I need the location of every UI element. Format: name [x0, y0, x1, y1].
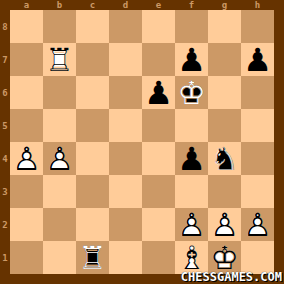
black-king — [175, 76, 208, 109]
square-e3 — [142, 175, 175, 208]
rank-labels: 87654321 — [0, 10, 10, 274]
square-h3 — [241, 175, 274, 208]
white-pawn — [43, 142, 76, 175]
square-g6 — [208, 76, 241, 109]
square-b4 — [43, 142, 76, 175]
square-f6 — [175, 76, 208, 109]
square-b8 — [43, 10, 76, 43]
square-g3 — [208, 175, 241, 208]
square-d2 — [109, 208, 142, 241]
square-g8 — [208, 10, 241, 43]
square-c1 — [76, 241, 109, 274]
square-f7 — [175, 43, 208, 76]
rank-label-1: 1 — [0, 241, 10, 274]
file-labels: abcdefgh — [10, 0, 274, 10]
square-g7 — [208, 43, 241, 76]
square-f3 — [175, 175, 208, 208]
square-b7 — [43, 43, 76, 76]
square-d6 — [109, 76, 142, 109]
square-f5 — [175, 109, 208, 142]
square-c8 — [76, 10, 109, 43]
square-d1 — [109, 241, 142, 274]
square-a3 — [10, 175, 43, 208]
square-h2 — [241, 208, 274, 241]
white-rook — [43, 43, 76, 76]
black-pawn — [175, 142, 208, 175]
square-e7 — [142, 43, 175, 76]
square-g5 — [208, 109, 241, 142]
square-c2 — [76, 208, 109, 241]
square-a6 — [10, 76, 43, 109]
square-h4 — [241, 142, 274, 175]
rank-label-6: 6 — [0, 76, 10, 109]
square-c3 — [76, 175, 109, 208]
square-c5 — [76, 109, 109, 142]
square-a2 — [10, 208, 43, 241]
square-e8 — [142, 10, 175, 43]
square-b3 — [43, 175, 76, 208]
black-rook — [76, 241, 109, 274]
rank-label-2: 2 — [0, 208, 10, 241]
square-e4 — [142, 142, 175, 175]
square-f4 — [175, 142, 208, 175]
rank-label-3: 3 — [0, 175, 10, 208]
square-a1 — [10, 241, 43, 274]
square-e1 — [142, 241, 175, 274]
white-pawn — [241, 208, 274, 241]
white-pawn — [10, 142, 43, 175]
square-a8 — [10, 10, 43, 43]
square-d3 — [109, 175, 142, 208]
rank-label-7: 7 — [0, 43, 10, 76]
square-c4 — [76, 142, 109, 175]
square-b6 — [43, 76, 76, 109]
square-d8 — [109, 10, 142, 43]
square-g4 — [208, 142, 241, 175]
square-g2 — [208, 208, 241, 241]
square-h8 — [241, 10, 274, 43]
square-d5 — [109, 109, 142, 142]
black-pawn — [241, 43, 274, 76]
chessgames-watermark: CHESSGAMES.COM — [181, 270, 282, 284]
rank-label-4: 4 — [0, 142, 10, 175]
square-h5 — [241, 109, 274, 142]
square-h6 — [241, 76, 274, 109]
black-pawn — [142, 76, 175, 109]
chess-diagram: abcdefgh 87654321 CHESSGAMES.COM — [0, 0, 284, 284]
square-e5 — [142, 109, 175, 142]
square-a5 — [10, 109, 43, 142]
square-d4 — [109, 142, 142, 175]
chess-board — [10, 10, 274, 274]
square-b1 — [43, 241, 76, 274]
square-a4 — [10, 142, 43, 175]
square-b2 — [43, 208, 76, 241]
square-f2 — [175, 208, 208, 241]
square-c6 — [76, 76, 109, 109]
square-e6 — [142, 76, 175, 109]
square-d7 — [109, 43, 142, 76]
black-pawn — [175, 43, 208, 76]
square-e2 — [142, 208, 175, 241]
square-f8 — [175, 10, 208, 43]
white-pawn — [175, 208, 208, 241]
square-h7 — [241, 43, 274, 76]
black-knight — [208, 142, 241, 175]
square-b5 — [43, 109, 76, 142]
square-a7 — [10, 43, 43, 76]
square-c7 — [76, 43, 109, 76]
white-pawn — [208, 208, 241, 241]
rank-label-5: 5 — [0, 109, 10, 142]
rank-label-8: 8 — [0, 10, 10, 43]
